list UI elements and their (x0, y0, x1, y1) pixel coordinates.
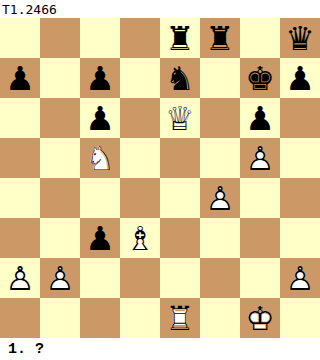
square-h8[interactable]: ♛ (280, 18, 320, 58)
piece-outline: ♔ (240, 298, 280, 338)
piece-black-pawn[interactable]: ♟ (280, 58, 320, 98)
square-e3[interactable] (160, 218, 200, 258)
square-c4[interactable] (80, 178, 120, 218)
square-h4[interactable] (280, 178, 320, 218)
piece-white-pawn[interactable]: ♟♙ (0, 258, 40, 298)
piece-outline: ♙ (240, 138, 280, 178)
square-c3[interactable]: ♟ (80, 218, 120, 258)
piece-black-rook[interactable]: ♜ (200, 18, 240, 58)
square-h6[interactable] (280, 98, 320, 138)
square-d2[interactable] (120, 258, 160, 298)
square-d3[interactable]: ♝♗ (120, 218, 160, 258)
piece-white-rook[interactable]: ♜♖ (160, 298, 200, 338)
square-b5[interactable] (40, 138, 80, 178)
piece-outline: ♕ (160, 98, 200, 138)
piece-black-rook[interactable]: ♜ (160, 18, 200, 58)
square-a8[interactable] (0, 18, 40, 58)
square-b2[interactable]: ♟♙ (40, 258, 80, 298)
square-a4[interactable] (0, 178, 40, 218)
square-e6[interactable]: ♛♕ (160, 98, 200, 138)
square-c6[interactable]: ♟ (80, 98, 120, 138)
square-d5[interactable] (120, 138, 160, 178)
piece-white-king[interactable]: ♚♔ (240, 298, 280, 338)
square-g4[interactable] (240, 178, 280, 218)
square-g5[interactable]: ♟♙ (240, 138, 280, 178)
square-d4[interactable] (120, 178, 160, 218)
chess-board: ♜♜♛♟♟♞♚♟♟♛♕♟♞♘♟♙♟♙♟♝♗♟♙♟♙♟♙♜♖♚♔ (0, 18, 320, 338)
piece-black-knight[interactable]: ♞ (160, 58, 200, 98)
square-a1[interactable] (0, 298, 40, 338)
piece-white-queen[interactable]: ♛♕ (160, 98, 200, 138)
square-g3[interactable] (240, 218, 280, 258)
piece-white-pawn[interactable]: ♟♙ (40, 258, 80, 298)
square-b6[interactable] (40, 98, 80, 138)
piece-black-pawn[interactable]: ♟ (80, 98, 120, 138)
piece-outline: ♖ (160, 298, 200, 338)
square-a7[interactable]: ♟ (0, 58, 40, 98)
square-f7[interactable] (200, 58, 240, 98)
square-b8[interactable] (40, 18, 80, 58)
piece-white-pawn[interactable]: ♟♙ (280, 258, 320, 298)
piece-white-pawn[interactable]: ♟♙ (200, 178, 240, 218)
square-a3[interactable] (0, 218, 40, 258)
square-g8[interactable] (240, 18, 280, 58)
square-h3[interactable] (280, 218, 320, 258)
puzzle-title: T1.2466 (0, 0, 320, 18)
move-prompt: 1. ? (0, 338, 320, 360)
square-e7[interactable]: ♞ (160, 58, 200, 98)
piece-black-pawn[interactable]: ♟ (0, 58, 40, 98)
square-b7[interactable] (40, 58, 80, 98)
square-c5[interactable]: ♞♘ (80, 138, 120, 178)
square-b1[interactable] (40, 298, 80, 338)
square-d6[interactable] (120, 98, 160, 138)
piece-black-pawn[interactable]: ♟ (80, 218, 120, 258)
piece-black-king[interactable]: ♚ (240, 58, 280, 98)
square-f8[interactable]: ♜ (200, 18, 240, 58)
square-g1[interactable]: ♚♔ (240, 298, 280, 338)
square-d8[interactable] (120, 18, 160, 58)
piece-black-pawn[interactable]: ♟ (240, 98, 280, 138)
square-e5[interactable] (160, 138, 200, 178)
square-f3[interactable] (200, 218, 240, 258)
square-e4[interactable] (160, 178, 200, 218)
piece-black-pawn[interactable]: ♟ (80, 58, 120, 98)
square-d1[interactable] (120, 298, 160, 338)
piece-outline: ♙ (280, 258, 320, 298)
square-a2[interactable]: ♟♙ (0, 258, 40, 298)
piece-black-queen[interactable]: ♛ (280, 18, 320, 58)
square-c1[interactable] (80, 298, 120, 338)
square-c8[interactable] (80, 18, 120, 58)
square-e8[interactable]: ♜ (160, 18, 200, 58)
square-h1[interactable] (280, 298, 320, 338)
piece-outline: ♗ (120, 218, 160, 258)
square-f1[interactable] (200, 298, 240, 338)
square-b4[interactable] (40, 178, 80, 218)
square-g6[interactable]: ♟ (240, 98, 280, 138)
square-a6[interactable] (0, 98, 40, 138)
piece-outline: ♙ (200, 178, 240, 218)
square-f6[interactable] (200, 98, 240, 138)
square-h5[interactable] (280, 138, 320, 178)
piece-outline: ♙ (40, 258, 80, 298)
square-e2[interactable] (160, 258, 200, 298)
square-f2[interactable] (200, 258, 240, 298)
piece-outline: ♙ (0, 258, 40, 298)
piece-white-pawn[interactable]: ♟♙ (240, 138, 280, 178)
piece-outline: ♘ (80, 138, 120, 178)
square-g2[interactable] (240, 258, 280, 298)
piece-white-bishop[interactable]: ♝♗ (120, 218, 160, 258)
square-f5[interactable] (200, 138, 240, 178)
square-c2[interactable] (80, 258, 120, 298)
square-b3[interactable] (40, 218, 80, 258)
square-f4[interactable]: ♟♙ (200, 178, 240, 218)
square-h7[interactable]: ♟ (280, 58, 320, 98)
square-c7[interactable]: ♟ (80, 58, 120, 98)
piece-white-knight[interactable]: ♞♘ (80, 138, 120, 178)
square-e1[interactable]: ♜♖ (160, 298, 200, 338)
square-d7[interactable] (120, 58, 160, 98)
square-a5[interactable] (0, 138, 40, 178)
square-g7[interactable]: ♚ (240, 58, 280, 98)
square-h2[interactable]: ♟♙ (280, 258, 320, 298)
